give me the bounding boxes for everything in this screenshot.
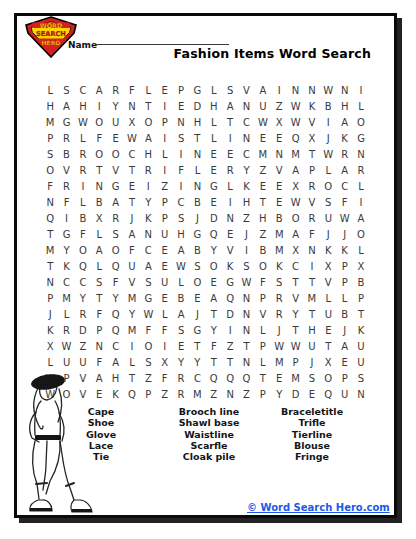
grid-cell: R [58,323,74,339]
name-row: Name [68,33,97,46]
grid-cell: I [157,162,173,178]
grid-cell: G [107,178,123,194]
grid-cell: M [124,323,140,339]
grid-cell: I [353,82,369,98]
grid-cell: E [271,178,287,194]
grid-cell: A [58,98,74,114]
grid-cell: D [222,307,238,323]
grid-cell: J [304,355,320,371]
grid-cell: D [206,210,222,226]
grid-cell: M [255,146,271,162]
grid-cell: N [222,210,238,226]
grid-cell: M [287,371,303,387]
grid-cell: G [189,82,205,98]
grid-cell: E [222,226,238,242]
grid-cell: W [287,194,303,210]
grid-cell: P [336,371,352,387]
grid-cell: U [320,210,336,226]
grid-cell: G [58,226,74,242]
grid-cell: U [157,226,173,242]
grid-cell: F [157,323,173,339]
grid-cell: L [336,291,352,307]
grid-cell: W [255,114,271,130]
grid-cell: Z [157,178,173,194]
grid-cell: E [206,275,222,291]
grid-cell: A [206,291,222,307]
word-list-column-3: BraceletitleTrifleTierlineBlouseFringe [259,406,365,462]
grid-cell: L [91,259,107,275]
grid-cell: X [91,210,107,226]
grid-cell: S [304,371,320,387]
grid-cell: O [140,339,156,355]
grid-cell: I [157,339,173,355]
grid-cell: R [58,178,74,194]
grid-cell: Q [107,307,123,323]
grid-cell: A [107,194,123,210]
logo-word-text: WORD [40,22,63,30]
grid-cell: P [336,275,352,291]
grid-cell: Y [58,242,74,258]
grid-cell: H [189,114,205,130]
grid-cell: P [353,291,369,307]
word-list-item: Cloak pile [157,451,261,462]
grid-cell: S [238,259,254,275]
grid-cell: Y [107,98,123,114]
grid-cell: Y [173,355,189,371]
grid-cell: E [304,387,320,403]
word-list-column-2: Brooch lineShawl baseWaistlineScarfleClo… [157,406,261,462]
grid-cell: N [189,178,205,194]
name-blank-line [96,31,229,45]
grid-cell: U [75,355,91,371]
grid-cell: Z [238,387,254,403]
grid-cell: E [320,323,336,339]
grid-cell: M [271,355,287,371]
letter-grid: LSCARFLEPGLSVAINNWNIHAHIYNTIEDHANUZWKBHL… [42,82,369,403]
grid-cell: S [42,146,58,162]
grid-cell: J [271,323,287,339]
grid-cell: X [157,355,173,371]
grid-cell: B [173,291,189,307]
grid-cell: Q [107,323,123,339]
grid-cell: Z [255,162,271,178]
grid-cell: L [189,162,205,178]
grid-cell: L [353,242,369,258]
grid-cell: A [287,226,303,242]
grid-cell: O [75,242,91,258]
grid-cell: J [320,130,336,146]
grid-cell: J [336,226,352,242]
grid-cell: E [173,98,189,114]
grid-cell: G [353,130,369,146]
grid-cell: C [58,275,74,291]
grid-cell: O [107,146,123,162]
grid-cell: Q [287,130,303,146]
grid-cell: I [58,210,74,226]
grid-cell: S [222,82,238,98]
grid-cell: E [271,194,287,210]
page-title: Fashion Items Word Search [0,46,371,61]
grid-cell: T [91,291,107,307]
grid-cell: A [140,259,156,275]
grid-cell: W [287,339,303,355]
grid-cell: K [320,242,336,258]
grid-cell: G [140,291,156,307]
grid-cell: W [238,275,254,291]
grid-cell: Y [75,291,91,307]
grid-cell: U [320,307,336,323]
grid-cell: M [124,291,140,307]
grid-cell: I [140,178,156,194]
grid-cell: F [255,275,271,291]
grid-cell: K [58,259,74,275]
grid-cell: I [124,339,140,355]
grid-cell: A [336,339,352,355]
grid-cell: R [173,387,189,403]
word-list-item: Brooch line [157,406,261,417]
grid-cell: T [189,339,205,355]
grid-cell: Q [206,226,222,242]
grid-cell: V [124,275,140,291]
grid-cell: O [255,259,271,275]
grid-cell: W [336,210,352,226]
grid-cell: T [222,355,238,371]
grid-cell: E [271,130,287,146]
grid-cell: K [222,259,238,275]
grid-cell: I [222,323,238,339]
grid-cell: Y [238,162,254,178]
grid-cell: L [206,130,222,146]
grid-cell: X [124,114,140,130]
grid-cell: O [320,371,336,387]
grid-cell: T [238,339,254,355]
grid-cell: R [107,82,123,98]
grid-cell: M [42,242,58,258]
grid-cell: S [173,130,189,146]
grid-cell: T [353,307,369,323]
grid-cell: W [320,82,336,98]
grid-cell: Q [238,371,254,387]
grid-cell: B [353,275,369,291]
grid-cell: S [91,275,107,291]
grid-cell: S [140,355,156,371]
grid-cell: L [42,82,58,98]
grid-cell: L [75,130,91,146]
grid-cell: L [320,291,336,307]
word-list-item: Waistline [157,429,261,440]
grid-cell: T [222,114,238,130]
grid-cell: T [255,371,271,387]
grid-cell: V [255,307,271,323]
grid-cell: Q [42,210,58,226]
grid-cell: Y [189,355,205,371]
grid-cell: L [206,82,222,98]
grid-cell: L [320,162,336,178]
grid-cell: D [75,323,91,339]
grid-cell: Q [75,259,91,275]
grid-cell: F [91,130,107,146]
grid-cell: J [238,226,254,242]
grid-cell: G [189,226,205,242]
grid-cell: I [157,130,173,146]
grid-cell: Z [157,387,173,403]
grid-cell: N [91,339,107,355]
grid-cell: O [42,162,58,178]
grid-cell: M [189,387,205,403]
grid-cell: X [320,355,336,371]
grid-cell: T [287,323,303,339]
grid-cell: K [304,98,320,114]
grid-cell: W [58,339,74,355]
grid-cell: Z [222,339,238,355]
grid-cell: Z [75,339,91,355]
grid-cell: X [304,130,320,146]
grid-cell: W [320,146,336,162]
grid-cell: H [336,98,352,114]
grid-cell: O [107,242,123,258]
grid-cell: O [189,275,205,291]
grid-cell: M [271,242,287,258]
grid-cell: N [124,98,140,114]
grid-cell: F [107,275,123,291]
grid-cell: H [42,98,58,114]
grid-cell: U [157,275,173,291]
grid-cell: A [124,226,140,242]
grid-cell: A [255,82,271,98]
grid-cell: N [222,387,238,403]
grid-cell: R [222,162,238,178]
grid-cell: A [222,98,238,114]
beret-icon [30,372,66,392]
grid-cell: Q [320,387,336,403]
grid-cell: H [304,323,320,339]
grid-cell: L [157,146,173,162]
grid-cell: S [107,226,123,242]
grid-cell: Z [140,371,156,387]
grid-cell: N [91,178,107,194]
grid-cell: E [124,178,140,194]
belt [35,435,61,440]
grid-cell: K [42,323,58,339]
grid-cell: P [255,387,271,403]
grid-cell: E [157,291,173,307]
grid-cell: E [107,130,123,146]
grid-cell: Q [124,387,140,403]
grid-cell: J [124,210,140,226]
grid-cell: T [42,259,58,275]
grid-cell: C [238,146,254,162]
grid-cell: I [75,178,91,194]
grid-cell: O [353,114,369,130]
grid-cell: X [42,339,58,355]
grid-cell: V [320,275,336,291]
grid-cell: J [336,323,352,339]
grid-cell: M [58,291,74,307]
grid-cell: Z [271,98,287,114]
grid-cell: G [58,114,74,130]
grid-cell: A [353,210,369,226]
grid-cell: S [58,82,74,98]
grid-cell: C [173,194,189,210]
grid-cell: Y [206,242,222,258]
grid-cell: F [336,194,352,210]
grid-cell: N [238,130,254,146]
grid-cell: Y [140,194,156,210]
grid-cell: N [287,82,303,98]
grid-cell: I [304,259,320,275]
grid-cell: N [336,82,352,98]
grid-cell: N [238,323,254,339]
grid-cell: N [238,307,254,323]
grid-cell: U [58,355,74,371]
grid-cell: S [173,210,189,226]
grid-cell: T [304,146,320,162]
grid-cell: I [222,130,238,146]
grid-cell: E [255,130,271,146]
grid-cell: I [353,194,369,210]
grid-cell: S [173,323,189,339]
grid-cell: S [353,371,369,387]
grid-cell: S [140,275,156,291]
grid-cell: F [157,371,173,387]
grid-cell: V [287,291,303,307]
grid-cell: B [91,194,107,210]
grid-cell: T [91,162,107,178]
grid-cell: P [157,114,173,130]
grid-cell: T [255,194,271,210]
grid-cell: R [336,146,352,162]
grid-cell: U [304,339,320,355]
grid-cell: E [157,242,173,258]
grid-cell: A [140,130,156,146]
grid-cell: B [189,242,205,258]
grid-cell: O [206,259,222,275]
grid-cell: O [91,146,107,162]
grid-cell: Y [107,291,123,307]
grid-cell: L [157,307,173,323]
grid-cell: A [91,242,107,258]
grid-cell: F [304,226,320,242]
grid-cell: P [255,291,271,307]
grid-cell: I [173,178,189,194]
grid-cell: D [287,387,303,403]
word-list-item: Trifle [259,417,365,428]
grid-cell: M [287,146,303,162]
grid-cell: J [320,226,336,242]
grid-cell: I [91,98,107,114]
grid-cell: N [271,146,287,162]
grid-cell: P [255,339,271,355]
grid-cell: N [238,355,254,371]
grid-cell: U [353,355,369,371]
grid-cell: F [75,226,91,242]
grid-cell: W [124,130,140,146]
grid-cell: U [107,114,123,130]
grid-cell: R [271,307,287,323]
grid-cell: L [75,194,91,210]
grid-cell: S [189,259,205,275]
grid-cell: P [336,259,352,275]
grid-cell: M [42,114,58,130]
grid-cell: U [255,98,271,114]
grid-cell: N [238,291,254,307]
grid-cell: X [271,114,287,130]
grid-cell: L [353,98,369,114]
fashion-woman-illustration [14,370,106,518]
grid-cell: R [271,291,287,307]
grid-cell: T [140,98,156,114]
grid-cell: W [287,114,303,130]
grid-cell: B [189,194,205,210]
grid-cell: H [238,194,254,210]
grid-cell: E [206,146,222,162]
word-list-item: Tierline [259,429,365,440]
grid-cell: N [353,387,369,403]
grid-cell: W [173,259,189,275]
grid-cell: L [140,82,156,98]
word-list-item: Blouse [259,440,365,451]
grid-cell: H [206,98,222,114]
grid-cell: U [353,339,369,355]
grid-cell: I [222,194,238,210]
grid-cell: O [353,226,369,242]
grid-cell: P [42,291,58,307]
grid-cell: T [206,307,222,323]
grid-cell: N [189,146,205,162]
grid-cell: I [173,146,189,162]
grid-cell: N [173,114,189,130]
grid-cell: Z [206,387,222,403]
grid-cell: A [336,114,352,130]
grid-cell: O [320,178,336,194]
grid-cell: Y [124,307,140,323]
grid-cell: V [271,162,287,178]
grid-cell: L [206,114,222,130]
grid-cell: P [173,82,189,98]
grid-cell: X [287,242,303,258]
grid-cell: A [287,162,303,178]
grid-cell: K [336,130,352,146]
grid-cell: E [271,371,287,387]
grid-cell: D [189,98,205,114]
grid-cell: K [238,178,254,194]
grid-cell: R [140,162,156,178]
copyright-link[interactable]: © Word Search Hero.com [247,502,369,513]
grid-cell: H [75,98,91,114]
grid-cell: V [58,162,74,178]
grid-cell: F [173,162,189,178]
grid-cell: F [58,194,74,210]
grid-cell: B [271,210,287,226]
grid-cell: C [287,259,303,275]
grid-cell: R [173,371,189,387]
grid-cell: C [75,82,91,98]
grid-cell: B [336,307,352,323]
grid-cell: N [140,226,156,242]
grid-cell: H [173,226,189,242]
grid-cell: L [58,307,74,323]
grid-cell: L [222,178,238,194]
grid-cell: H [107,371,123,387]
grid-cell: K [336,242,352,258]
grid-cell: L [42,355,58,371]
grid-cell: V [304,194,320,210]
grid-cell: B [58,146,74,162]
grid-cell: E [189,291,205,307]
grid-cell: M [271,226,287,242]
grid-cell: K [140,210,156,226]
grid-cell: T [287,275,303,291]
